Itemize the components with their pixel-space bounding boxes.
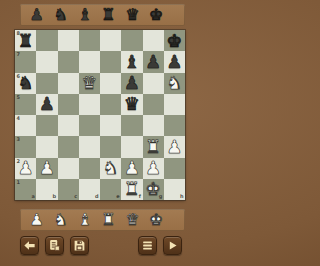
square-b7[interactable] — [36, 51, 57, 72]
rank-label-8: 8 — [17, 31, 20, 36]
white-pawn: ♟ — [145, 159, 161, 177]
square-f6[interactable]: ♟ — [121, 73, 142, 94]
square-f3[interactable] — [121, 136, 142, 157]
square-g4[interactable] — [143, 115, 164, 136]
square-a5[interactable]: 5 — [15, 94, 36, 115]
square-b4[interactable] — [36, 115, 57, 136]
square-e5[interactable] — [100, 94, 121, 115]
tray-piece-white-king[interactable]: ♚ — [149, 212, 163, 228]
chess-board: 8♜♚7♝♟♟6♞♛♟♞5♟♛43♜♟2♟♟♞♟♟1abcdef♜g♚h — [15, 30, 185, 200]
square-e6[interactable] — [100, 73, 121, 94]
file-label-b: b — [52, 194, 56, 199]
square-b5[interactable]: ♟ — [36, 94, 57, 115]
square-b1[interactable]: b — [36, 179, 57, 200]
rank-label-7: 7 — [17, 52, 20, 57]
tray-piece-black-pawn[interactable]: ♟ — [30, 7, 44, 23]
square-h8[interactable]: ♚ — [164, 30, 185, 51]
square-d4[interactable] — [79, 115, 100, 136]
square-a1[interactable]: 1a — [15, 179, 36, 200]
square-e2[interactable]: ♞ — [100, 158, 121, 179]
square-c7[interactable] — [58, 51, 79, 72]
file-label-g: g — [159, 194, 163, 199]
square-d5[interactable] — [79, 94, 100, 115]
square-a7[interactable]: 7 — [15, 51, 36, 72]
copy-button[interactable] — [45, 236, 64, 255]
square-g7[interactable]: ♟ — [143, 51, 164, 72]
tray-piece-black-queen[interactable]: ♛ — [125, 7, 139, 23]
tray-piece-black-bishop[interactable]: ♝ — [77, 7, 91, 23]
square-e8[interactable] — [100, 30, 121, 51]
square-g8[interactable] — [143, 30, 164, 51]
square-d7[interactable] — [79, 51, 100, 72]
square-c5[interactable] — [58, 94, 79, 115]
black-bishop: ♝ — [124, 53, 140, 71]
rank-label-5: 5 — [17, 95, 20, 100]
square-b3[interactable] — [36, 136, 57, 157]
file-label-f: f — [139, 194, 141, 199]
tray-piece-black-rook[interactable]: ♜ — [101, 7, 115, 23]
rank-label-2: 2 — [17, 159, 20, 164]
square-f1[interactable]: f♜ — [121, 179, 142, 200]
square-h6[interactable]: ♞ — [164, 73, 185, 94]
square-e1[interactable]: e — [100, 179, 121, 200]
black-pawn: ♟ — [124, 74, 140, 92]
file-label-d: d — [95, 194, 99, 199]
square-h1[interactable]: h — [164, 179, 185, 200]
menu-icon — [141, 239, 154, 252]
square-f2[interactable]: ♟ — [121, 158, 142, 179]
square-c1[interactable]: c — [58, 179, 79, 200]
square-e4[interactable] — [100, 115, 121, 136]
menu-button[interactable] — [138, 236, 157, 255]
square-d3[interactable] — [79, 136, 100, 157]
tray-piece-white-pawn[interactable]: ♟ — [30, 212, 44, 228]
rank-label-3: 3 — [17, 137, 20, 142]
square-c2[interactable] — [58, 158, 79, 179]
tray-piece-white-rook[interactable]: ♜ — [101, 212, 115, 228]
square-e3[interactable] — [100, 136, 121, 157]
square-h3[interactable]: ♟ — [164, 136, 185, 157]
copy-icon — [48, 239, 61, 252]
rank-label-6: 6 — [17, 74, 20, 79]
white-rook: ♜ — [124, 180, 140, 198]
square-c8[interactable] — [58, 30, 79, 51]
black-piece-tray: ♟♞♝♜♛♚ — [20, 4, 185, 26]
square-f5[interactable]: ♛ — [121, 94, 142, 115]
white-pawn: ♟ — [39, 159, 55, 177]
square-d1[interactable]: d — [79, 179, 100, 200]
square-f7[interactable]: ♝ — [121, 51, 142, 72]
square-g2[interactable]: ♟ — [143, 158, 164, 179]
square-c6[interactable] — [58, 73, 79, 94]
square-g6[interactable] — [143, 73, 164, 94]
square-a6[interactable]: 6♞ — [15, 73, 36, 94]
white-rook: ♜ — [145, 138, 161, 156]
black-pawn: ♟ — [39, 95, 55, 113]
file-label-h: h — [180, 194, 184, 199]
square-a8[interactable]: 8♜ — [15, 30, 36, 51]
arrow-left-icon — [23, 239, 36, 252]
square-g5[interactable] — [143, 94, 164, 115]
white-pawn: ♟ — [124, 159, 140, 177]
back-button[interactable] — [20, 236, 39, 255]
white-queen: ♛ — [81, 74, 97, 92]
square-h5[interactable] — [164, 94, 185, 115]
tray-piece-black-king[interactable]: ♚ — [149, 7, 163, 23]
square-d8[interactable] — [79, 30, 100, 51]
square-e7[interactable] — [100, 51, 121, 72]
tray-piece-black-knight[interactable]: ♞ — [53, 7, 67, 23]
black-pawn: ♟ — [166, 53, 182, 71]
play-icon — [166, 239, 179, 252]
tray-piece-white-bishop[interactable]: ♝ — [77, 212, 91, 228]
square-c4[interactable] — [58, 115, 79, 136]
white-knight: ♞ — [166, 74, 182, 92]
tray-piece-white-queen[interactable]: ♛ — [125, 212, 139, 228]
square-a3[interactable]: 3 — [15, 136, 36, 157]
square-b8[interactable] — [36, 30, 57, 51]
black-pawn: ♟ — [145, 53, 161, 71]
toolbar-left-group — [20, 236, 89, 255]
square-g1[interactable]: g♚ — [143, 179, 164, 200]
square-b6[interactable] — [36, 73, 57, 94]
square-a4[interactable]: 4 — [15, 115, 36, 136]
toolbar-right-group — [138, 236, 182, 255]
square-b2[interactable]: ♟ — [36, 158, 57, 179]
file-label-a: a — [31, 194, 34, 199]
app-background: { "game": "chess", "screen": "board-edit… — [0, 0, 200, 266]
play-button[interactable] — [163, 236, 182, 255]
save-icon — [73, 239, 86, 252]
rank-label-1: 1 — [17, 180, 20, 185]
file-label-e: e — [116, 194, 119, 199]
square-h7[interactable]: ♟ — [164, 51, 185, 72]
white-knight: ♞ — [103, 159, 119, 177]
square-d6[interactable]: ♛ — [79, 73, 100, 94]
tray-piece-white-knight[interactable]: ♞ — [53, 212, 67, 228]
square-f8[interactable] — [121, 30, 142, 51]
square-g3[interactable]: ♜ — [143, 136, 164, 157]
square-a2[interactable]: 2♟ — [15, 158, 36, 179]
square-h2[interactable] — [164, 158, 185, 179]
square-f4[interactable] — [121, 115, 142, 136]
rank-label-4: 4 — [17, 116, 20, 121]
square-h4[interactable] — [164, 115, 185, 136]
square-d2[interactable] — [79, 158, 100, 179]
black-king: ♚ — [166, 32, 182, 50]
black-queen: ♛ — [124, 95, 140, 113]
white-pawn: ♟ — [166, 138, 182, 156]
file-label-c: c — [74, 194, 77, 199]
white-piece-tray: ♟♞♝♜♛♚ — [20, 209, 185, 231]
save-button[interactable] — [70, 236, 89, 255]
square-c3[interactable] — [58, 136, 79, 157]
